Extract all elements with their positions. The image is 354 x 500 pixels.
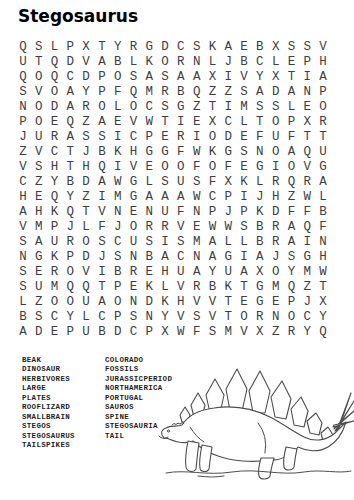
grid-cell-r9c10[interactable]: O xyxy=(157,159,173,174)
grid-cell-r17c5[interactable]: Q xyxy=(78,280,94,295)
grid-cell-r4c12[interactable]: Q xyxy=(189,84,205,99)
grid-cell-r10c2[interactable]: Z xyxy=(31,174,47,189)
grid-cell-r11c19[interactable]: W xyxy=(299,189,315,204)
grid-cell-r15c17[interactable]: J xyxy=(268,250,284,265)
grid-cell-r18c11[interactable]: H xyxy=(173,295,189,310)
grid-cell-r12c16[interactable]: K xyxy=(252,205,268,220)
grid-cell-r15c3[interactable]: K xyxy=(47,250,63,265)
grid-cell-r8c2[interactable]: V xyxy=(31,144,47,159)
grid-cell-r16c14[interactable]: U xyxy=(220,265,236,280)
grid-cell-r7c8[interactable]: C xyxy=(126,129,142,144)
grid-cell-r12c10[interactable]: U xyxy=(157,205,173,220)
grid-cell-r2c4[interactable]: D xyxy=(62,54,78,69)
grid-cell-r14c14[interactable]: L xyxy=(220,235,236,250)
grid-cell-r1c3[interactable]: L xyxy=(47,39,63,54)
grid-cell-r14c6[interactable]: S xyxy=(94,235,110,250)
grid-cell-r5c12[interactable]: Z xyxy=(189,99,205,114)
grid-cell-r18c6[interactable]: A xyxy=(94,295,110,310)
grid-cell-r15c4[interactable]: P xyxy=(62,250,78,265)
grid-cell-r17c1[interactable]: S xyxy=(15,280,31,295)
grid-cell-r4c15[interactable]: S xyxy=(236,84,252,99)
grid-cell-r15c9[interactable]: B xyxy=(141,250,157,265)
grid-cell-r9c19[interactable]: V xyxy=(299,159,315,174)
grid-cell-r1c12[interactable]: S xyxy=(189,39,205,54)
grid-cell-r5c19[interactable]: E xyxy=(299,99,315,114)
grid-cell-r16c16[interactable]: X xyxy=(252,265,268,280)
grid-cell-r9c9[interactable]: E xyxy=(141,159,157,174)
grid-cell-r11c13[interactable]: C xyxy=(205,189,221,204)
grid-cell-r18c9[interactable]: D xyxy=(141,295,157,310)
grid-cell-r18c12[interactable]: V xyxy=(189,295,205,310)
grid-cell-r12c20[interactable]: B xyxy=(315,205,331,220)
grid-cell-r6c20[interactable]: R xyxy=(315,114,331,129)
grid-cell-r8c15[interactable]: S xyxy=(236,144,252,159)
grid-cell-r8c17[interactable]: O xyxy=(268,144,284,159)
grid-cell-r20c1[interactable]: A xyxy=(15,325,31,340)
grid-cell-r1c9[interactable]: G xyxy=(141,39,157,54)
grid-cell-r11c2[interactable]: E xyxy=(31,189,47,204)
grid-cell-r19c19[interactable]: C xyxy=(299,310,315,325)
grid-cell-r8c20[interactable]: U xyxy=(315,144,331,159)
grid-cell-r3c15[interactable]: V xyxy=(236,69,252,84)
grid-cell-r8c1[interactable]: Z xyxy=(15,144,31,159)
grid-cell-r10c19[interactable]: R xyxy=(299,174,315,189)
grid-cell-r8c7[interactable]: K xyxy=(110,144,126,159)
grid-cell-r17c4[interactable]: Q xyxy=(62,280,78,295)
grid-cell-r6c7[interactable]: E xyxy=(110,114,126,129)
grid-cell-r1c10[interactable]: D xyxy=(157,39,173,54)
grid-cell-r2c1[interactable]: U xyxy=(15,54,31,69)
grid-cell-r7c20[interactable]: T xyxy=(315,129,331,144)
grid-cell-r9c20[interactable]: G xyxy=(315,159,331,174)
grid-cell-r5c17[interactable]: S xyxy=(268,99,284,114)
grid-cell-r12c15[interactable]: P xyxy=(236,205,252,220)
grid-cell-r7c6[interactable]: S xyxy=(94,129,110,144)
grid-cell-r11c14[interactable]: P xyxy=(220,189,236,204)
grid-cell-r8c3[interactable]: C xyxy=(47,144,63,159)
grid-cell-r19c7[interactable]: P xyxy=(110,310,126,325)
grid-cell-r6c3[interactable]: E xyxy=(47,114,63,129)
grid-cell-r5c5[interactable]: R xyxy=(78,99,94,114)
grid-cell-r7c10[interactable]: E xyxy=(157,129,173,144)
grid-cell-r3c2[interactable]: O xyxy=(31,69,47,84)
grid-cell-r17c19[interactable]: Z xyxy=(299,280,315,295)
grid-cell-r10c9[interactable]: L xyxy=(141,174,157,189)
grid-cell-r2c2[interactable]: T xyxy=(31,54,47,69)
grid-cell-r11c4[interactable]: Y xyxy=(62,189,78,204)
grid-cell-r17c20[interactable]: T xyxy=(315,280,331,295)
grid-cell-r3c5[interactable]: D xyxy=(78,69,94,84)
grid-cell-r20c16[interactable]: X xyxy=(252,325,268,340)
grid-cell-r7c17[interactable]: U xyxy=(268,129,284,144)
grid-cell-r1c18[interactable]: S xyxy=(284,39,300,54)
grid-cell-r13c3[interactable]: P xyxy=(47,220,63,235)
grid-cell-r1c19[interactable]: S xyxy=(299,39,315,54)
grid-cell-r20c2[interactable]: D xyxy=(31,325,47,340)
grid-cell-r7c16[interactable]: F xyxy=(252,129,268,144)
grid-cell-r5c20[interactable]: O xyxy=(315,99,331,114)
grid-cell-r8c11[interactable]: F xyxy=(173,144,189,159)
grid-cell-r14c5[interactable]: O xyxy=(78,235,94,250)
grid-cell-r4c3[interactable]: O xyxy=(47,84,63,99)
grid-cell-r19c12[interactable]: S xyxy=(189,310,205,325)
grid-cell-r9c12[interactable]: F xyxy=(189,159,205,174)
grid-cell-r13c9[interactable]: R xyxy=(141,220,157,235)
grid-cell-r14c20[interactable]: N xyxy=(315,235,331,250)
grid-cell-r12c4[interactable]: Q xyxy=(62,205,78,220)
grid-cell-r5c16[interactable]: S xyxy=(252,99,268,114)
grid-cell-r4c10[interactable]: R xyxy=(157,84,173,99)
grid-cell-r6c8[interactable]: V xyxy=(126,114,142,129)
grid-cell-r3c10[interactable]: S xyxy=(157,69,173,84)
grid-cell-r12c8[interactable]: E xyxy=(126,205,142,220)
grid-cell-r4c9[interactable]: M xyxy=(141,84,157,99)
grid-cell-r16c4[interactable]: O xyxy=(62,265,78,280)
grid-cell-r6c17[interactable]: O xyxy=(268,114,284,129)
grid-cell-r14c1[interactable]: S xyxy=(15,235,31,250)
grid-cell-r10c18[interactable]: Q xyxy=(284,174,300,189)
grid-cell-r2c3[interactable]: Q xyxy=(47,54,63,69)
grid-cell-r1c13[interactable]: K xyxy=(205,39,221,54)
grid-cell-r3c16[interactable]: Y xyxy=(252,69,268,84)
grid-cell-r6c9[interactable]: W xyxy=(141,114,157,129)
grid-cell-r6c4[interactable]: Q xyxy=(62,114,78,129)
grid-cell-r7c2[interactable]: U xyxy=(31,129,47,144)
grid-cell-r3c7[interactable]: O xyxy=(110,69,126,84)
grid-cell-r9c15[interactable]: E xyxy=(236,159,252,174)
grid-cell-r9c4[interactable]: T xyxy=(62,159,78,174)
grid-cell-r20c18[interactable]: R xyxy=(284,325,300,340)
grid-cell-r9c14[interactable]: F xyxy=(220,159,236,174)
grid-cell-r20c14[interactable]: M xyxy=(220,325,236,340)
grid-cell-r11c5[interactable]: Z xyxy=(78,189,94,204)
grid-cell-r19c9[interactable]: N xyxy=(141,310,157,325)
grid-cell-r18c1[interactable]: L xyxy=(15,295,31,310)
grid-cell-r20c8[interactable]: C xyxy=(126,325,142,340)
grid-cell-r19c6[interactable]: C xyxy=(94,310,110,325)
grid-cell-r12c3[interactable]: K xyxy=(47,205,63,220)
grid-cell-r9c1[interactable]: V xyxy=(15,159,31,174)
grid-cell-r9c7[interactable]: I xyxy=(110,159,126,174)
grid-cell-r10c6[interactable]: A xyxy=(94,174,110,189)
grid-cell-r9c6[interactable]: Q xyxy=(94,159,110,174)
grid-cell-r11c12[interactable]: W xyxy=(189,189,205,204)
grid-cell-r7c4[interactable]: A xyxy=(62,129,78,144)
grid-cell-r17c7[interactable]: P xyxy=(110,280,126,295)
grid-cell-r4c18[interactable]: A xyxy=(284,84,300,99)
grid-cell-r9c13[interactable]: O xyxy=(205,159,221,174)
grid-cell-r8c6[interactable]: B xyxy=(94,144,110,159)
grid-cell-r15c16[interactable]: A xyxy=(252,250,268,265)
grid-cell-r17c6[interactable]: T xyxy=(94,280,110,295)
grid-cell-r13c19[interactable]: Q xyxy=(299,220,315,235)
grid-cell-r15c18[interactable]: S xyxy=(284,250,300,265)
grid-cell-r2c20[interactable]: H xyxy=(315,54,331,69)
grid-cell-r13c10[interactable]: R xyxy=(157,220,173,235)
grid-cell-r20c17[interactable]: Z xyxy=(268,325,284,340)
grid-cell-r20c9[interactable]: P xyxy=(141,325,157,340)
grid-cell-r14c8[interactable]: U xyxy=(126,235,142,250)
grid-cell-r16c8[interactable]: R xyxy=(126,265,142,280)
grid-cell-r18c15[interactable]: E xyxy=(236,295,252,310)
grid-cell-r14c11[interactable]: S xyxy=(173,235,189,250)
grid-cell-r5c11[interactable]: G xyxy=(173,99,189,114)
grid-cell-r17c9[interactable]: K xyxy=(141,280,157,295)
grid-cell-r15c15[interactable]: I xyxy=(236,250,252,265)
grid-cell-r15c14[interactable]: G xyxy=(220,250,236,265)
grid-cell-r2c14[interactable]: J xyxy=(220,54,236,69)
grid-cell-r17c16[interactable]: G xyxy=(252,280,268,295)
grid-cell-r5c10[interactable]: S xyxy=(157,99,173,114)
grid-cell-r18c5[interactable]: U xyxy=(78,295,94,310)
grid-cell-r16c2[interactable]: E xyxy=(31,265,47,280)
grid-cell-r11c15[interactable]: I xyxy=(236,189,252,204)
grid-cell-r20c15[interactable]: V xyxy=(236,325,252,340)
grid-cell-r11c8[interactable]: G xyxy=(126,189,142,204)
grid-cell-r14c4[interactable]: R xyxy=(62,235,78,250)
grid-cell-r15c1[interactable]: N xyxy=(15,250,31,265)
grid-cell-r4c16[interactable]: A xyxy=(252,84,268,99)
grid-cell-r10c1[interactable]: C xyxy=(15,174,31,189)
grid-cell-r2c7[interactable]: B xyxy=(110,54,126,69)
grid-cell-r13c13[interactable]: W xyxy=(205,220,221,235)
grid-cell-r14c17[interactable]: R xyxy=(268,235,284,250)
grid-cell-r3c12[interactable]: A xyxy=(189,69,205,84)
grid-cell-r4c2[interactable]: V xyxy=(31,84,47,99)
grid-cell-r2c13[interactable]: L xyxy=(205,54,221,69)
grid-cell-r10c13[interactable]: F xyxy=(205,174,221,189)
grid-cell-r8c4[interactable]: T xyxy=(62,144,78,159)
grid-cell-r9c16[interactable]: G xyxy=(252,159,268,174)
grid-cell-r19c4[interactable]: Y xyxy=(62,310,78,325)
grid-cell-r16c9[interactable]: E xyxy=(141,265,157,280)
grid-cell-r6c18[interactable]: P xyxy=(284,114,300,129)
grid-cell-r16c11[interactable]: U xyxy=(173,265,189,280)
grid-cell-r20c4[interactable]: P xyxy=(62,325,78,340)
grid-cell-r17c12[interactable]: R xyxy=(189,280,205,295)
grid-cell-r14c7[interactable]: C xyxy=(110,235,126,250)
grid-cell-r7c13[interactable]: O xyxy=(205,129,221,144)
grid-cell-r19c15[interactable]: O xyxy=(236,310,252,325)
grid-cell-r14c16[interactable]: B xyxy=(252,235,268,250)
grid-cell-r4c4[interactable]: A xyxy=(62,84,78,99)
grid-cell-r18c7[interactable]: O xyxy=(110,295,126,310)
grid-cell-r16c20[interactable]: W xyxy=(315,265,331,280)
grid-cell-r6c5[interactable]: Z xyxy=(78,114,94,129)
grid-cell-r10c12[interactable]: S xyxy=(189,174,205,189)
grid-cell-r8c19[interactable]: Q xyxy=(299,144,315,159)
grid-cell-r15c10[interactable]: A xyxy=(157,250,173,265)
grid-cell-r5c15[interactable]: M xyxy=(236,99,252,114)
grid-cell-r19c1[interactable]: B xyxy=(15,310,31,325)
grid-cell-r10c20[interactable]: A xyxy=(315,174,331,189)
grid-cell-r1c4[interactable]: P xyxy=(62,39,78,54)
grid-cell-r16c15[interactable]: A xyxy=(236,265,252,280)
grid-cell-r6c14[interactable]: C xyxy=(220,114,236,129)
grid-cell-r15c19[interactable]: G xyxy=(299,250,315,265)
grid-cell-r10c8[interactable]: G xyxy=(126,174,142,189)
grid-cell-r8c8[interactable]: H xyxy=(126,144,142,159)
grid-cell-r6c12[interactable]: E xyxy=(189,114,205,129)
grid-cell-r13c5[interactable]: L xyxy=(78,220,94,235)
grid-cell-r9c5[interactable]: H xyxy=(78,159,94,174)
grid-cell-r19c17[interactable]: N xyxy=(268,310,284,325)
grid-cell-r3c13[interactable]: X xyxy=(205,69,221,84)
grid-cell-r13c18[interactable]: A xyxy=(284,220,300,235)
grid-cell-r5c4[interactable]: A xyxy=(62,99,78,114)
grid-cell-r13c8[interactable]: O xyxy=(126,220,142,235)
grid-cell-r6c11[interactable]: I xyxy=(173,114,189,129)
grid-cell-r15c2[interactable]: G xyxy=(31,250,47,265)
grid-cell-r4c14[interactable]: Z xyxy=(220,84,236,99)
grid-cell-r5c1[interactable]: N xyxy=(15,99,31,114)
grid-cell-r10c3[interactable]: Y xyxy=(47,174,63,189)
grid-cell-r15c8[interactable]: N xyxy=(126,250,142,265)
grid-cell-r9c18[interactable]: O xyxy=(284,159,300,174)
grid-cell-r10c16[interactable]: L xyxy=(252,174,268,189)
grid-cell-r12c12[interactable]: N xyxy=(189,205,205,220)
grid-cell-r16c19[interactable]: M xyxy=(299,265,315,280)
grid-cell-r9c11[interactable]: O xyxy=(173,159,189,174)
grid-cell-r2c16[interactable]: C xyxy=(252,54,268,69)
grid-cell-r8c10[interactable]: G xyxy=(157,144,173,159)
grid-cell-r11c9[interactable]: A xyxy=(141,189,157,204)
grid-cell-r17c11[interactable]: V xyxy=(173,280,189,295)
grid-cell-r15c5[interactable]: D xyxy=(78,250,94,265)
grid-cell-r4c6[interactable]: P xyxy=(94,84,110,99)
grid-cell-r17c17[interactable]: M xyxy=(268,280,284,295)
grid-cell-r17c10[interactable]: L xyxy=(157,280,173,295)
grid-cell-r3c11[interactable]: A xyxy=(173,69,189,84)
grid-cell-r20c19[interactable]: Y xyxy=(299,325,315,340)
grid-cell-r11c6[interactable]: I xyxy=(94,189,110,204)
grid-cell-r5c3[interactable]: D xyxy=(47,99,63,114)
grid-cell-r6c13[interactable]: X xyxy=(205,114,221,129)
grid-cell-r16c17[interactable]: O xyxy=(268,265,284,280)
grid-cell-r15c11[interactable]: C xyxy=(173,250,189,265)
grid-cell-r8c13[interactable]: K xyxy=(205,144,221,159)
grid-cell-r3c20[interactable]: A xyxy=(315,69,331,84)
grid-cell-r17c18[interactable]: Q xyxy=(284,280,300,295)
grid-cell-r11c16[interactable]: J xyxy=(252,189,268,204)
grid-cell-r17c2[interactable]: U xyxy=(31,280,47,295)
grid-cell-r13c1[interactable]: V xyxy=(15,220,31,235)
grid-cell-r3c8[interactable]: S xyxy=(126,69,142,84)
grid-cell-r7c14[interactable]: D xyxy=(220,129,236,144)
grid-cell-r1c8[interactable]: R xyxy=(126,39,142,54)
grid-cell-r18c13[interactable]: V xyxy=(205,295,221,310)
grid-cell-r9c2[interactable]: S xyxy=(31,159,47,174)
grid-cell-r18c14[interactable]: T xyxy=(220,295,236,310)
grid-cell-r7c9[interactable]: P xyxy=(141,129,157,144)
grid-cell-r20c12[interactable]: F xyxy=(189,325,205,340)
grid-cell-r10c4[interactable]: B xyxy=(62,174,78,189)
grid-cell-r2c11[interactable]: R xyxy=(173,54,189,69)
grid-cell-r6c1[interactable]: P xyxy=(15,114,31,129)
grid-cell-r12c11[interactable]: F xyxy=(173,205,189,220)
grid-cell-r9c8[interactable]: V xyxy=(126,159,142,174)
grid-cell-r19c20[interactable]: Y xyxy=(315,310,331,325)
grid-cell-r1c5[interactable]: X xyxy=(78,39,94,54)
grid-cell-r10c17[interactable]: R xyxy=(268,174,284,189)
grid-cell-r13c17[interactable]: R xyxy=(268,220,284,235)
grid-cell-r14c2[interactable]: A xyxy=(31,235,47,250)
grid-cell-r20c6[interactable]: B xyxy=(94,325,110,340)
grid-cell-r8c16[interactable]: N xyxy=(252,144,268,159)
grid-cell-r1c2[interactable]: S xyxy=(31,39,47,54)
grid-cell-r11c1[interactable]: H xyxy=(15,189,31,204)
grid-cell-r16c5[interactable]: V xyxy=(78,265,94,280)
grid-cell-r12c13[interactable]: P xyxy=(205,205,221,220)
grid-cell-r19c5[interactable]: L xyxy=(78,310,94,325)
grid-cell-r3c9[interactable]: A xyxy=(141,69,157,84)
grid-cell-r14c18[interactable]: A xyxy=(284,235,300,250)
grid-cell-r8c14[interactable]: G xyxy=(220,144,236,159)
grid-cell-r20c3[interactable]: E xyxy=(47,325,63,340)
grid-cell-r1c11[interactable]: C xyxy=(173,39,189,54)
grid-cell-r12c19[interactable]: F xyxy=(299,205,315,220)
grid-cell-r12c5[interactable]: T xyxy=(78,205,94,220)
grid-cell-r19c16[interactable]: R xyxy=(252,310,268,325)
grid-cell-r1c14[interactable]: A xyxy=(220,39,236,54)
grid-cell-r17c3[interactable]: M xyxy=(47,280,63,295)
grid-cell-r7c1[interactable]: J xyxy=(15,129,31,144)
grid-cell-r10c5[interactable]: D xyxy=(78,174,94,189)
grid-cell-r12c9[interactable]: N xyxy=(141,205,157,220)
grid-cell-r1c7[interactable]: Y xyxy=(110,39,126,54)
grid-cell-r12c2[interactable]: H xyxy=(31,205,47,220)
grid-cell-r20c7[interactable]: D xyxy=(110,325,126,340)
grid-cell-r19c10[interactable]: Y xyxy=(157,310,173,325)
grid-cell-r5c14[interactable]: I xyxy=(220,99,236,114)
grid-cell-r12c17[interactable]: D xyxy=(268,205,284,220)
grid-cell-r5c9[interactable]: C xyxy=(141,99,157,114)
grid-cell-r7c7[interactable]: I xyxy=(110,129,126,144)
grid-cell-r2c18[interactable]: E xyxy=(284,54,300,69)
grid-cell-r17c13[interactable]: B xyxy=(205,280,221,295)
grid-cell-r13c14[interactable]: W xyxy=(220,220,236,235)
grid-cell-r5c6[interactable]: O xyxy=(94,99,110,114)
grid-cell-r6c6[interactable]: A xyxy=(94,114,110,129)
grid-cell-r5c8[interactable]: O xyxy=(126,99,142,114)
grid-cell-r14c19[interactable]: I xyxy=(299,235,315,250)
grid-cell-r10c7[interactable]: W xyxy=(110,174,126,189)
grid-cell-r7c3[interactable]: R xyxy=(47,129,63,144)
grid-cell-r1c1[interactable]: Q xyxy=(15,39,31,54)
grid-cell-r18c17[interactable]: E xyxy=(268,295,284,310)
grid-cell-r3c3[interactable]: Q xyxy=(47,69,63,84)
grid-cell-r4c19[interactable]: N xyxy=(299,84,315,99)
grid-cell-r16c1[interactable]: S xyxy=(15,265,31,280)
grid-cell-r19c14[interactable]: T xyxy=(220,310,236,325)
grid-cell-r20c5[interactable]: U xyxy=(78,325,94,340)
grid-cell-r2c9[interactable]: K xyxy=(141,54,157,69)
grid-cell-r18c2[interactable]: Z xyxy=(31,295,47,310)
grid-cell-r4c17[interactable]: D xyxy=(268,84,284,99)
grid-cell-r17c14[interactable]: K xyxy=(220,280,236,295)
grid-cell-r16c13[interactable]: Y xyxy=(205,265,221,280)
grid-cell-r7c12[interactable]: I xyxy=(189,129,205,144)
grid-cell-r10c15[interactable]: K xyxy=(236,174,252,189)
grid-cell-r2c15[interactable]: B xyxy=(236,54,252,69)
grid-cell-r1c6[interactable]: T xyxy=(94,39,110,54)
grid-cell-r20c20[interactable]: Q xyxy=(315,325,331,340)
grid-cell-r10c14[interactable]: X xyxy=(220,174,236,189)
grid-cell-r18c3[interactable]: O xyxy=(47,295,63,310)
grid-cell-r9c3[interactable]: H xyxy=(47,159,63,174)
grid-cell-r18c10[interactable]: K xyxy=(157,295,173,310)
grid-cell-r3c1[interactable]: Q xyxy=(15,69,31,84)
